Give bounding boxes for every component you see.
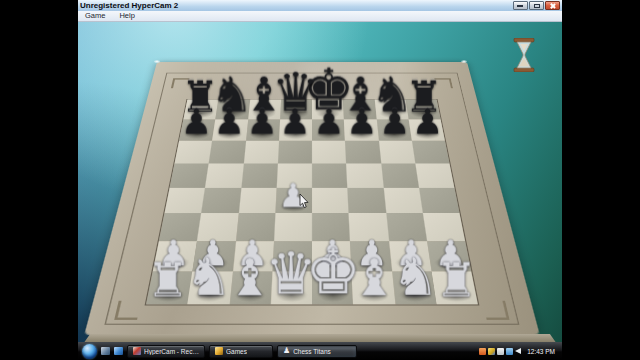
black-pawn[interactable]: ♟ <box>412 105 443 140</box>
network-icon[interactable] <box>497 348 504 355</box>
white-knight[interactable]: ♞ <box>185 251 232 303</box>
square-h7[interactable]: ♟ <box>408 119 444 140</box>
taskbar-button-label: Chess Titans <box>293 348 331 355</box>
square-h4[interactable] <box>419 187 460 213</box>
menu-bar: Game Help <box>78 11 562 22</box>
black-pawn[interactable]: ♟ <box>180 105 211 140</box>
board-glint <box>461 60 467 63</box>
square-g1[interactable]: ♞ <box>392 272 437 305</box>
hypercam-tray-icon[interactable] <box>479 348 486 355</box>
chess-board[interactable]: ♜♞♝♛♚♝♞♜♟♟♟♟♟♟♟♟♟♟♟♟♟♟♟♟♜♞♝♛♚♝♞♜ <box>84 62 540 335</box>
taskbar-button-hypercam[interactable]: HyperCam - Record... <box>127 345 205 358</box>
white-bishop[interactable]: ♝ <box>351 252 397 303</box>
close-button[interactable] <box>545 1 560 10</box>
white-rook[interactable]: ♜ <box>146 256 188 303</box>
corner-ornament-icon <box>114 301 141 320</box>
menu-help[interactable]: Help <box>112 11 141 21</box>
board-scene: ♜♞♝♛♚♝♞♜♟♟♟♟♟♟♟♟♟♟♟♟♟♟♟♟♜♞♝♛♚♝♞♜ <box>78 22 562 342</box>
taskbar-clock[interactable]: 12:43 PM <box>523 348 558 355</box>
show-desktop-icon[interactable] <box>101 347 110 355</box>
captured-screen: Unregistered HyperCam 2 Game Help <box>78 0 562 360</box>
square-e7[interactable]: ♟ <box>312 119 345 140</box>
square-c7[interactable]: ♟ <box>246 119 280 140</box>
board-front-edge <box>83 334 557 342</box>
square-a4[interactable] <box>165 187 206 213</box>
title-bar: Unregistered HyperCam 2 <box>78 0 562 11</box>
square-b7[interactable]: ♟ <box>212 119 247 140</box>
maximize-icon <box>534 4 540 8</box>
black-pawn[interactable]: ♟ <box>313 105 344 140</box>
square-e6[interactable] <box>312 141 346 164</box>
square-e4[interactable] <box>312 187 349 213</box>
mouse-cursor-icon <box>299 194 310 209</box>
black-pawn[interactable]: ♟ <box>346 105 377 140</box>
game-viewport: ♜♞♝♛♚♝♞♜♟♟♟♟♟♟♟♟♟♟♟♟♟♟♟♟♜♞♝♛♚♝♞♜ <box>78 22 562 342</box>
taskbar-button-label: HyperCam - Record... <box>144 348 199 355</box>
minimize-icon <box>517 5 523 7</box>
square-e1[interactable]: ♚ <box>312 272 353 305</box>
square-c6[interactable] <box>243 141 278 164</box>
minimize-button[interactable] <box>513 1 528 10</box>
square-b6[interactable] <box>209 141 246 164</box>
square-h6[interactable] <box>412 141 450 164</box>
corner-ornament-icon <box>483 301 510 320</box>
square-b4[interactable] <box>201 187 240 213</box>
square-c4[interactable] <box>238 187 276 213</box>
hypercam-icon <box>133 347 141 355</box>
square-a7[interactable]: ♟ <box>179 119 215 140</box>
square-d7[interactable]: ♟ <box>279 119 312 140</box>
square-d6[interactable] <box>278 141 312 164</box>
volume-icon[interactable] <box>515 348 521 354</box>
square-b1[interactable]: ♞ <box>188 272 233 305</box>
square-f1[interactable]: ♝ <box>352 272 395 305</box>
window-title: Unregistered HyperCam 2 <box>78 0 178 11</box>
menu-game[interactable]: Game <box>78 11 112 21</box>
square-f7[interactable]: ♟ <box>344 119 378 140</box>
black-pawn[interactable]: ♟ <box>247 105 278 140</box>
maximize-button[interactable] <box>529 1 544 10</box>
letterbox-right <box>562 0 640 360</box>
white-knight[interactable]: ♞ <box>392 251 439 303</box>
taskbar-button-label: Games <box>226 348 247 355</box>
square-f6[interactable] <box>345 141 380 164</box>
display-icon[interactable] <box>506 348 513 355</box>
games-icon <box>215 347 223 355</box>
start-button[interactable] <box>82 344 97 359</box>
square-g7[interactable]: ♟ <box>376 119 411 140</box>
taskbar-button-games[interactable]: Games <box>209 345 273 358</box>
system-tray: 12:43 PM <box>479 348 558 355</box>
black-pawn[interactable]: ♟ <box>213 105 244 140</box>
video-frame: Unregistered HyperCam 2 Game Help <box>0 0 640 360</box>
letterbox-left <box>0 0 78 360</box>
taskbar-button-chess-titans[interactable]: ♟ Chess Titans <box>277 345 357 358</box>
chess-pawn-icon: ♟ <box>283 347 290 355</box>
switch-windows-icon[interactable] <box>114 347 123 355</box>
square-g6[interactable] <box>378 141 415 164</box>
square-g4[interactable] <box>383 187 422 213</box>
square-a6[interactable] <box>175 141 213 164</box>
white-rook[interactable]: ♜ <box>436 256 478 303</box>
square-f4[interactable] <box>348 187 386 213</box>
black-pawn[interactable]: ♟ <box>379 105 410 140</box>
taskbar: HyperCam - Record... Games ♟ Chess Titan… <box>78 342 562 360</box>
alert-tray-icon[interactable] <box>488 348 495 355</box>
board-glint <box>154 60 160 63</box>
window-controls <box>513 1 560 10</box>
black-pawn[interactable]: ♟ <box>280 105 311 140</box>
square-h1[interactable]: ♜ <box>431 272 477 305</box>
hourglass-icon <box>513 38 535 72</box>
board-squares[interactable]: ♜♞♝♛♚♝♞♜♟♟♟♟♟♟♟♟♟♟♟♟♟♟♟♟♜♞♝♛♚♝♞♜ <box>146 100 478 305</box>
